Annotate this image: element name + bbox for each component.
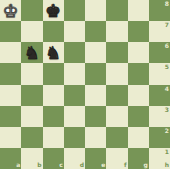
square-g8[interactable] [128, 0, 149, 21]
square-d1[interactable]: d [64, 148, 85, 169]
piece-black-king[interactable]: ♚ [45, 1, 61, 19]
square-g5[interactable] [128, 63, 149, 84]
square-c3[interactable] [43, 106, 64, 127]
square-d3[interactable] [64, 106, 85, 127]
file-label-a: a [16, 162, 20, 168]
square-d5[interactable] [64, 63, 85, 84]
square-d7[interactable] [64, 21, 85, 42]
square-f1[interactable]: f [106, 148, 127, 169]
square-h8[interactable]: 8 [149, 0, 170, 21]
square-d4[interactable] [64, 85, 85, 106]
square-e4[interactable] [85, 85, 106, 106]
square-d6[interactable] [64, 42, 85, 63]
square-d8[interactable] [64, 0, 85, 21]
square-f8[interactable] [106, 0, 127, 21]
rank-label-6: 6 [165, 43, 169, 49]
square-b4[interactable] [21, 85, 42, 106]
square-b8[interactable] [21, 0, 42, 21]
square-f6[interactable] [106, 42, 127, 63]
square-c8[interactable]: ♚ [43, 0, 64, 21]
square-a7[interactable] [0, 21, 21, 42]
square-g3[interactable] [128, 106, 149, 127]
rank-label-5: 5 [165, 64, 169, 70]
rank-label-4: 4 [165, 86, 169, 92]
square-b7[interactable] [21, 21, 42, 42]
square-g6[interactable] [128, 42, 149, 63]
square-a1[interactable]: a [0, 148, 21, 169]
square-b2[interactable] [21, 127, 42, 148]
piece-white-king[interactable]: ♚ [3, 1, 19, 19]
square-g4[interactable] [128, 85, 149, 106]
square-b3[interactable] [21, 106, 42, 127]
square-e1[interactable]: e [85, 148, 106, 169]
square-a3[interactable] [0, 106, 21, 127]
file-label-f: f [124, 162, 127, 168]
square-e5[interactable] [85, 63, 106, 84]
square-b1[interactable]: b [21, 148, 42, 169]
square-c1[interactable]: c [43, 148, 64, 169]
rank-label-7: 7 [165, 22, 169, 28]
square-d2[interactable] [64, 127, 85, 148]
square-h4[interactable]: 4 [149, 85, 170, 106]
file-label-b: b [37, 162, 41, 168]
file-label-g: g [143, 162, 147, 168]
square-h6[interactable]: 6 [149, 42, 170, 63]
file-label-c: c [59, 162, 63, 168]
square-c4[interactable] [43, 85, 64, 106]
square-f2[interactable] [106, 127, 127, 148]
rank-label-1: 1 [165, 149, 169, 155]
square-c5[interactable] [43, 63, 64, 84]
square-f4[interactable] [106, 85, 127, 106]
square-e8[interactable] [85, 0, 106, 21]
square-e7[interactable] [85, 21, 106, 42]
square-f5[interactable] [106, 63, 127, 84]
file-label-d: d [80, 162, 84, 168]
square-b6[interactable]: ♞ [21, 42, 42, 63]
piece-black-knight[interactable]: ♞ [24, 43, 40, 61]
square-a8[interactable]: ♚ [0, 0, 21, 21]
square-e6[interactable] [85, 42, 106, 63]
square-h2[interactable]: 2 [149, 127, 170, 148]
square-h7[interactable]: 7 [149, 21, 170, 42]
chess-board: ♚♚87♞♞65432abcdefg1h [0, 0, 170, 169]
square-h3[interactable]: 3 [149, 106, 170, 127]
square-g2[interactable] [128, 127, 149, 148]
square-a2[interactable] [0, 127, 21, 148]
piece-black-knight[interactable]: ♞ [45, 43, 61, 61]
square-h5[interactable]: 5 [149, 63, 170, 84]
square-h1[interactable]: 1h [149, 148, 170, 169]
square-f7[interactable] [106, 21, 127, 42]
square-g7[interactable] [128, 21, 149, 42]
square-f3[interactable] [106, 106, 127, 127]
square-a5[interactable] [0, 63, 21, 84]
square-c7[interactable] [43, 21, 64, 42]
square-e2[interactable] [85, 127, 106, 148]
square-c6[interactable]: ♞ [43, 42, 64, 63]
square-c2[interactable] [43, 127, 64, 148]
square-a4[interactable] [0, 85, 21, 106]
rank-label-8: 8 [165, 1, 169, 7]
rank-label-3: 3 [165, 107, 169, 113]
square-g1[interactable]: g [128, 148, 149, 169]
rank-label-2: 2 [165, 128, 169, 134]
file-label-h: h [165, 162, 169, 168]
square-e3[interactable] [85, 106, 106, 127]
square-a6[interactable] [0, 42, 21, 63]
file-label-e: e [101, 162, 105, 168]
square-b5[interactable] [21, 63, 42, 84]
